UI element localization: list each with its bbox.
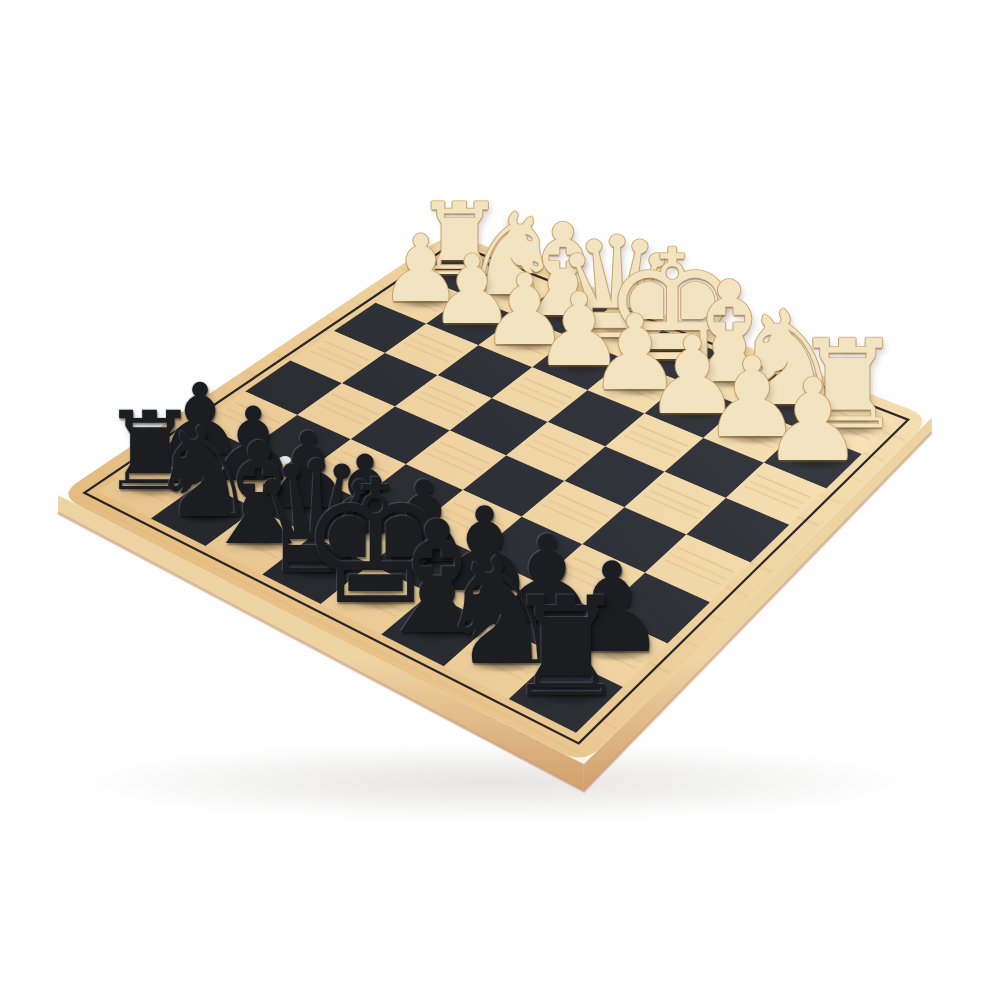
ground-shadow bbox=[67, 742, 923, 822]
product-photo-stage: Angled product photo of a natural wooden… bbox=[0, 0, 1000, 1000]
piece-black-rook-h8[interactable]: ♜ bbox=[504, 579, 628, 717]
piece-white-pawn-h2[interactable]: ♟ bbox=[762, 365, 864, 479]
